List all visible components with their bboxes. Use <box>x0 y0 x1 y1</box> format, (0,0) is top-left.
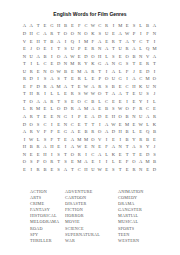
grid-cell: K <box>89 61 96 69</box>
grid-cell: S <box>62 98 69 106</box>
grid-cell: B <box>124 136 131 144</box>
grid-cell: A <box>76 106 83 114</box>
grid-cell: R <box>137 136 144 144</box>
grid-cell: O <box>69 31 76 39</box>
grid-cell: E <box>28 151 35 159</box>
grid-cell: E <box>42 23 49 31</box>
grid-cell: T <box>69 166 76 174</box>
grid-cell: E <box>151 106 158 114</box>
grid-cell: R <box>137 106 144 114</box>
grid-cell: S <box>55 166 62 174</box>
grid-cell: R <box>21 76 28 84</box>
grid-cell: I <box>28 61 35 69</box>
grid-cell: A <box>21 129 28 137</box>
grid-cell: W <box>83 83 90 91</box>
grid-cell: I <box>117 136 124 144</box>
grid-cell: E <box>151 136 158 144</box>
grid-cell: S <box>35 121 42 129</box>
grid-cell: N <box>62 61 69 69</box>
grid-cell: T <box>42 38 49 46</box>
grid-cell: A <box>103 46 110 54</box>
grid-cell: O <box>55 53 62 61</box>
grid-cell: D <box>144 68 151 76</box>
grid-cell: T <box>62 76 69 84</box>
grid-cell: N <box>151 31 158 39</box>
grid-cell: A <box>151 53 158 61</box>
grid-cell: O <box>117 114 124 122</box>
grid-cell: B <box>62 23 69 31</box>
grid-cell: D <box>83 53 90 61</box>
grid-cell: L <box>35 136 42 144</box>
grid-cell: E <box>131 121 138 129</box>
grid-cell: W <box>137 121 144 129</box>
grid-cell: E <box>62 91 69 99</box>
grid-cell: U <box>110 76 117 84</box>
grid-cell: M <box>69 61 76 69</box>
word-list-column-3: ANIMATIONCOMEDYDRAMAGANGSTERMARTIALMUSIC… <box>118 189 144 244</box>
grid-cell: R <box>76 61 83 69</box>
grid-cell: L <box>137 23 144 31</box>
grid-cell: E <box>89 159 96 167</box>
grid-cell: B <box>42 166 49 174</box>
grid-cell: G <box>117 61 124 69</box>
grid-cell: A <box>48 83 55 91</box>
grid-cell: L <box>144 121 151 129</box>
grid-cell: D <box>110 129 117 137</box>
grid-cell: H <box>42 151 49 159</box>
grid-cell: I <box>48 46 55 54</box>
grid-cell: T <box>124 144 131 152</box>
grid-cell: E <box>96 144 103 152</box>
grid-cell: H <box>28 31 35 39</box>
grid-cell: P <box>131 31 138 39</box>
grid-cell: N <box>96 46 103 54</box>
grid-cell: H <box>28 91 35 99</box>
grid-cell: L <box>103 53 110 61</box>
grid-cell: O <box>21 159 28 167</box>
grid-cell: H <box>131 83 138 91</box>
grid-cell: Y <box>144 144 151 152</box>
grid-cell: E <box>144 166 151 174</box>
grid-cell: T <box>55 46 62 54</box>
grid-cell: E <box>76 83 83 91</box>
grid-cell: W <box>28 136 35 144</box>
grid-cell: W <box>83 91 90 99</box>
grid-cell: A <box>69 136 76 144</box>
grid-cell: B <box>144 136 151 144</box>
grid-cell: T <box>110 46 117 54</box>
grid-cell: R <box>28 114 35 122</box>
grid-cell: A <box>110 91 117 99</box>
grid-cell: E <box>137 129 144 137</box>
grid-cell: E <box>48 114 55 122</box>
grid-cell: H <box>35 38 42 46</box>
grid-cell: F <box>89 38 96 46</box>
grid-cell: N <box>110 61 117 69</box>
grid-cell: E <box>35 68 42 76</box>
grid-cell: H <box>48 144 55 152</box>
grid-cell: H <box>117 129 124 137</box>
grid-cell: N <box>131 114 138 122</box>
grid-cell: C <box>76 166 83 174</box>
grid-cell: C <box>69 121 76 129</box>
grid-cell: S <box>62 159 69 167</box>
grid-cell: H <box>96 53 103 61</box>
grid-cell: O <box>89 136 96 144</box>
grid-cell: S <box>137 144 144 152</box>
grid-cell: H <box>55 23 62 31</box>
grid-cell: O <box>76 98 83 106</box>
grid-cell: N <box>21 151 28 159</box>
grid-cell: R <box>35 91 42 99</box>
grid-cell: A <box>62 83 69 91</box>
grid-cell: G <box>117 76 124 84</box>
grid-cell: B <box>42 53 49 61</box>
grid-cell: E <box>69 76 76 84</box>
grid-cell: U <box>137 114 144 122</box>
grid-cell: E <box>76 121 83 129</box>
grid-cell: O <box>42 159 49 167</box>
grid-cell: F <box>144 31 151 39</box>
grid-cell: I <box>96 159 103 167</box>
grid-cell: R <box>69 91 76 99</box>
grid-cell: A <box>131 46 138 54</box>
grid-cell: T <box>144 38 151 46</box>
grid-cell: R <box>110 38 117 46</box>
grid-cell: R <box>144 61 151 69</box>
grid-cell: R <box>103 23 110 31</box>
grid-cell: A <box>89 106 96 114</box>
grid-cell: A <box>48 76 55 84</box>
grid-cell: I <box>96 121 103 129</box>
grid-cell: P <box>96 76 103 84</box>
grid-cell: A <box>151 23 158 31</box>
grid-cell: E <box>76 129 83 137</box>
grid-cell: U <box>103 31 110 39</box>
grid-cell: E <box>55 129 62 137</box>
grid-cell: T <box>89 121 96 129</box>
grid-cell: R <box>48 98 55 106</box>
grid-cell: M <box>144 76 151 84</box>
grid-cell: A <box>42 31 49 39</box>
grid-cell: G <box>96 61 103 69</box>
grid-cell: D <box>55 61 62 69</box>
grid-cell: H <box>110 114 117 122</box>
grid-cell: O <box>69 151 76 159</box>
grid-cell: E <box>69 98 76 106</box>
grid-cell: E <box>42 106 49 114</box>
grid-cell: E <box>103 114 110 122</box>
grid-cell: E <box>83 114 90 122</box>
grid-cell: E <box>110 98 117 106</box>
grid-cell: M <box>76 159 83 167</box>
grid-cell: A <box>96 151 103 159</box>
grid-cell: S <box>124 61 131 69</box>
grid-cell: W <box>96 166 103 174</box>
grid-cell: M <box>144 159 151 167</box>
grid-cell: K <box>137 83 144 91</box>
grid-cell: L <box>48 91 55 99</box>
grid-cell: E <box>83 144 90 152</box>
grid-cell: A <box>35 53 42 61</box>
grid-cell: J <box>151 144 158 152</box>
grid-cell: E <box>48 61 55 69</box>
grid-cell: C <box>96 23 103 31</box>
grid-cell: M <box>151 46 158 54</box>
grid-cell: R <box>42 83 49 91</box>
grid-cell: N <box>117 144 124 152</box>
grid-cell: B <box>48 38 55 46</box>
grid-cell: F <box>42 129 49 137</box>
grid-cell: D <box>21 31 28 39</box>
grid-cell: B <box>124 114 131 122</box>
grid-cell: I <box>21 136 28 144</box>
grid-cell: S <box>144 91 151 99</box>
grid-cell: A <box>69 129 76 137</box>
grid-cell: G <box>62 129 69 137</box>
grid-cell: E <box>21 166 28 174</box>
grid-cell: U <box>117 46 124 54</box>
grid-cell: R <box>124 46 131 54</box>
grid-cell: I <box>62 144 69 152</box>
grid-cell: A <box>55 38 62 46</box>
grid-cell: J <box>28 46 35 54</box>
grid-cell: M <box>124 121 131 129</box>
grid-cell: T <box>117 166 124 174</box>
grid-cell: U <box>144 83 151 91</box>
grid-cell: L <box>151 98 158 106</box>
grid-cell: T <box>124 91 131 99</box>
grid-cell: E <box>131 98 138 106</box>
grid-cell: A <box>137 159 144 167</box>
grid-cell: E <box>110 31 117 39</box>
grid-cell: E <box>137 151 144 159</box>
grid-cell: T <box>55 31 62 39</box>
grid-cell: E <box>42 114 49 122</box>
grid-cell: E <box>42 46 49 54</box>
grid-cell: T <box>83 121 90 129</box>
grid-cell: E <box>28 38 35 46</box>
grid-cell: O <box>28 98 35 106</box>
grid-cell: W <box>110 121 117 129</box>
grid-cell: S <box>110 166 117 174</box>
grid-cell: E <box>62 136 69 144</box>
grid-cell: L <box>137 46 144 54</box>
grid-cell: B <box>28 144 35 152</box>
grid-cell: L <box>55 91 62 99</box>
grid-cell: I <box>69 114 76 122</box>
grid-cell: S <box>103 83 110 91</box>
grid-cell: U <box>28 53 35 61</box>
grid-cell: O <box>96 91 103 99</box>
grid-cell: D <box>144 151 151 159</box>
grid-cell: E <box>117 53 124 61</box>
grid-cell: M <box>83 38 90 46</box>
grid-cell: L <box>35 61 42 69</box>
grid-cell: L <box>110 159 117 167</box>
grid-cell: R <box>48 31 55 39</box>
grid-cell: T <box>55 136 62 144</box>
grid-cell: G <box>48 23 55 31</box>
grid-cell: O <box>89 53 96 61</box>
grid-cell: E <box>103 166 110 174</box>
grid-cell: I <box>103 159 110 167</box>
word-list-item: WAR <box>65 238 100 244</box>
grid-cell: R <box>131 166 138 174</box>
grid-cell: M <box>76 68 83 76</box>
grid-cell: T <box>96 68 103 76</box>
grid-cell: F <box>124 68 131 76</box>
page-title: English Words for Film Genres <box>0 11 180 17</box>
grid-cell: R <box>35 166 42 174</box>
grid-cell: A <box>117 91 124 99</box>
grid-cell: W <box>69 53 76 61</box>
grid-cell: C <box>103 98 110 106</box>
grid-cell: C <box>35 31 42 39</box>
grid-cell: S <box>28 159 35 167</box>
grid-cell: V <box>21 38 28 46</box>
grid-cell: E <box>117 83 124 91</box>
grid-cell: O <box>28 121 35 129</box>
grid-cell: C <box>137 38 144 46</box>
grid-cell: I <box>42 91 49 99</box>
grid-cell: A <box>89 114 96 122</box>
grid-cell: E <box>48 166 55 174</box>
grid-cell: E <box>110 136 117 144</box>
grid-cell: A <box>103 121 110 129</box>
grid-cell: W <box>76 144 83 152</box>
grid-cell: B <box>62 68 69 76</box>
grid-cell: S <box>42 76 49 84</box>
grid-cell: U <box>89 166 96 174</box>
grid-cell: I <box>48 151 55 159</box>
grid-cell: F <box>28 83 35 91</box>
grid-cell: E <box>124 166 131 174</box>
grid-cell: C <box>83 23 90 31</box>
grid-cell: I <box>124 98 131 106</box>
word-list-item: WESTERN <box>118 238 144 244</box>
grid-cell: A <box>144 114 151 122</box>
grid-cell: O <box>151 76 158 84</box>
grid-cell: C <box>137 76 144 84</box>
grid-cell: A <box>21 23 28 31</box>
grid-cell: R <box>76 76 83 84</box>
grid-cell: N <box>137 53 144 61</box>
grid-cell: Q <box>144 129 151 137</box>
word-list-item: MELODRAMA <box>30 219 59 225</box>
grid-cell: C <box>83 98 90 106</box>
grid-cell: S <box>42 136 49 144</box>
grid-cell: E <box>96 106 103 114</box>
grid-cell: S <box>131 23 138 31</box>
grid-cell: A <box>131 144 138 152</box>
grid-cell: A <box>35 98 42 106</box>
grid-cell: O <box>83 31 90 39</box>
grid-cell: D <box>96 114 103 122</box>
grid-cell: T <box>35 114 42 122</box>
grid-cell: F <box>131 106 138 114</box>
grid-cell: E <box>35 151 42 159</box>
grid-cell: I <box>103 68 110 76</box>
grid-cell: F <box>124 159 131 167</box>
grid-cell: S <box>110 106 117 114</box>
grid-cell: B <box>151 159 158 167</box>
grid-cell: U <box>137 91 144 99</box>
grid-cell: R <box>89 46 96 54</box>
grid-cell: O <box>103 76 110 84</box>
grid-cell: N <box>55 114 62 122</box>
grid-cell: K <box>89 31 96 39</box>
grid-cell: C <box>144 106 151 114</box>
grid-cell: E <box>117 121 124 129</box>
grid-cell: T <box>55 98 62 106</box>
grid-cell: F <box>48 129 55 137</box>
grid-cell: M <box>55 83 62 91</box>
grid-cell: V <box>144 53 151 61</box>
grid-cell: W <box>117 106 124 114</box>
grid-cell: N <box>137 166 144 174</box>
grid-cell: N <box>42 68 49 76</box>
grid-cell: W <box>89 23 96 31</box>
grid-cell: M <box>83 136 90 144</box>
grid-cell: L <box>48 106 55 114</box>
grid-cell: S <box>62 46 69 54</box>
grid-cell: B <box>110 83 117 91</box>
grid-cell: B <box>103 106 110 114</box>
grid-cell: N <box>89 144 96 152</box>
grid-cell: T <box>124 151 131 159</box>
grid-cell: P <box>76 114 83 122</box>
word-list-column-1: ACTIONARTSCRIMEFANTASYHISTORICALMELODRAM… <box>30 189 59 244</box>
grid-cell: N <box>21 53 28 61</box>
grid-cell: A <box>110 144 117 152</box>
grid-cell: G <box>62 114 69 122</box>
grid-cell: I <box>103 136 110 144</box>
grid-cell: A <box>69 144 76 152</box>
word-list-column-2: ADVENTURECARTOONDISASTERFICTIONHORRORMOV… <box>65 189 100 244</box>
grid-cell: S <box>55 151 62 159</box>
grid-cell: F <box>76 23 83 31</box>
grid-cell: A <box>62 53 69 61</box>
grid-cell: E <box>55 144 62 152</box>
grid-cell: L <box>96 98 103 106</box>
grid-cell: A <box>131 76 138 84</box>
grid-cell: O <box>48 68 55 76</box>
grid-cell: H <box>21 144 28 152</box>
grid-cell: T <box>117 38 124 46</box>
grid-cell: E <box>69 159 76 167</box>
grid-cell: O <box>124 53 131 61</box>
grid-cell: A <box>89 83 96 91</box>
grid-cell: K <box>110 151 117 159</box>
grid-cell: W <box>124 31 131 39</box>
grid-cell: I <box>151 68 158 76</box>
grid-cell: E <box>137 68 144 76</box>
grid-cell: B <box>89 98 96 106</box>
grid-cell: T <box>151 61 158 69</box>
grid-cell: L <box>83 76 90 84</box>
grid-cell: P <box>35 159 42 167</box>
grid-cell: Y <box>131 136 138 144</box>
grid-cell: E <box>21 83 28 91</box>
grid-cell: D <box>151 166 158 174</box>
grid-cell: W <box>55 68 62 76</box>
grid-cell: E <box>21 46 28 54</box>
grid-cell: B <box>83 129 90 137</box>
grid-cell: T <box>131 151 138 159</box>
grid-cell: S <box>55 76 62 84</box>
grid-cell: D <box>28 76 35 84</box>
